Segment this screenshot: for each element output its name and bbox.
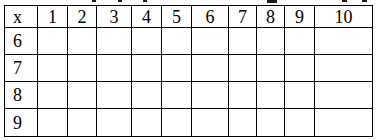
cell-r7-c3[interactable] — [97, 55, 132, 82]
cell-r6-c9[interactable] — [285, 28, 315, 55]
header-cell-10: 10 — [315, 6, 372, 28]
cropped-text-fragment — [118, 0, 122, 2]
cell-r9-c4[interactable] — [132, 109, 162, 136]
header-cell-2: 2 — [68, 6, 97, 28]
cell-r6-c3[interactable] — [97, 28, 132, 55]
header-cell-4: 4 — [132, 6, 162, 28]
cell-r8-c9[interactable] — [285, 82, 315, 109]
cell-r8-c10[interactable] — [315, 82, 372, 109]
cell-r8-c8[interactable] — [257, 82, 285, 109]
header-cell-6: 6 — [192, 6, 229, 28]
cell-r8-c4[interactable] — [132, 82, 162, 109]
cell-r6-c5[interactable] — [162, 28, 192, 55]
cell-r8-c2[interactable] — [68, 82, 97, 109]
cell-r7-c5[interactable] — [162, 55, 192, 82]
header-cell-5: 5 — [162, 6, 192, 28]
cropped-text-fragment — [267, 0, 277, 3]
cell-r7-c8[interactable] — [257, 55, 285, 82]
cell-r9-c9[interactable] — [285, 109, 315, 136]
header-cell-8: 8 — [257, 6, 285, 28]
header-cell-1: 1 — [38, 6, 68, 28]
cell-r7-c2[interactable] — [68, 55, 97, 82]
cell-r6-c7[interactable] — [229, 28, 257, 55]
row-label-9: 9 — [5, 109, 38, 136]
cropped-text-fragment — [342, 0, 347, 2]
cell-r8-c5[interactable] — [162, 82, 192, 109]
cell-r9-c10[interactable] — [315, 109, 372, 136]
row-label-8: 8 — [5, 82, 38, 109]
cell-r7-c7[interactable] — [229, 55, 257, 82]
cell-r9-c2[interactable] — [68, 109, 97, 136]
cell-r6-c6[interactable] — [192, 28, 229, 55]
cell-r6-c2[interactable] — [68, 28, 97, 55]
cell-r9-c7[interactable] — [229, 109, 257, 136]
cropped-text-fragment — [362, 0, 367, 2]
header-cell-9: 9 — [285, 6, 315, 28]
cell-r7-c6[interactable] — [192, 55, 229, 82]
cell-r6-c10[interactable] — [315, 28, 372, 55]
cropped-text-fragment — [143, 0, 147, 2]
cell-r7-c10[interactable] — [315, 55, 372, 82]
cell-r8-c7[interactable] — [229, 82, 257, 109]
cell-r9-c5[interactable] — [162, 109, 192, 136]
header-cell-3: 3 — [97, 6, 132, 28]
cell-r9-c6[interactable] — [192, 109, 229, 136]
cropped-text-fragment — [92, 0, 96, 2]
cell-r7-c9[interactable] — [285, 55, 315, 82]
cell-r8-c6[interactable] — [192, 82, 229, 109]
cell-r7-c4[interactable] — [132, 55, 162, 82]
worksheet-page: x 1 2 3 4 5 6 7 8 9 10 6 7 8 — [0, 0, 380, 140]
cell-r7-c1[interactable] — [38, 55, 68, 82]
cell-r8-c3[interactable] — [97, 82, 132, 109]
row-label-7: 7 — [5, 55, 38, 82]
header-cell-7: 7 — [229, 6, 257, 28]
cell-r6-c8[interactable] — [257, 28, 285, 55]
cell-r8-c1[interactable] — [38, 82, 68, 109]
cell-r9-c3[interactable] — [97, 109, 132, 136]
row-label-6: 6 — [5, 28, 38, 55]
cell-r6-c1[interactable] — [38, 28, 68, 55]
multiplication-grid: x 1 2 3 4 5 6 7 8 9 10 6 7 8 — [4, 5, 373, 137]
cell-r9-c8[interactable] — [257, 109, 285, 136]
cell-r6-c4[interactable] — [132, 28, 162, 55]
cell-r9-c1[interactable] — [38, 109, 68, 136]
header-cell-x: x — [5, 6, 38, 28]
